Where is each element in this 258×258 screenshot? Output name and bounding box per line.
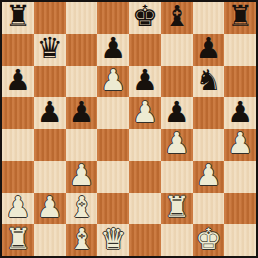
square-b1[interactable] (34, 224, 66, 256)
square-c8[interactable] (66, 2, 98, 34)
square-g1[interactable]: ♚ (193, 224, 225, 256)
square-d8[interactable] (97, 2, 129, 34)
square-g5[interactable] (193, 97, 225, 129)
square-g8[interactable] (193, 2, 225, 34)
square-a1[interactable]: ♜ (2, 224, 34, 256)
piece-white-pawn[interactable]: ♟ (68, 161, 94, 190)
square-g6[interactable]: ♞ (193, 66, 225, 98)
square-h6[interactable] (224, 66, 256, 98)
square-a8[interactable]: ♜ (2, 2, 34, 34)
piece-white-pawn[interactable]: ♟ (227, 129, 253, 158)
square-h3[interactable] (224, 161, 256, 193)
piece-black-queen[interactable]: ♛ (37, 34, 63, 63)
piece-white-bishop[interactable]: ♝ (68, 193, 94, 222)
square-c7[interactable] (66, 34, 98, 66)
square-h7[interactable] (224, 34, 256, 66)
piece-white-pawn[interactable]: ♟ (100, 66, 126, 95)
square-b3[interactable] (34, 161, 66, 193)
piece-white-rook[interactable]: ♜ (5, 225, 31, 254)
square-c3[interactable]: ♟ (66, 161, 98, 193)
piece-white-rook[interactable]: ♜ (164, 193, 190, 222)
piece-black-bishop[interactable]: ♝ (164, 2, 190, 31)
piece-white-pawn[interactable]: ♟ (164, 129, 190, 158)
square-e5[interactable]: ♟ (129, 97, 161, 129)
square-b6[interactable] (34, 66, 66, 98)
square-e7[interactable] (129, 34, 161, 66)
square-d7[interactable]: ♟ (97, 34, 129, 66)
square-c1[interactable]: ♝ (66, 224, 98, 256)
square-f3[interactable] (161, 161, 193, 193)
square-h8[interactable]: ♜ (224, 2, 256, 34)
piece-white-pawn[interactable]: ♟ (195, 161, 221, 190)
piece-black-pawn[interactable]: ♟ (100, 34, 126, 63)
square-c6[interactable] (66, 66, 98, 98)
piece-black-pawn[interactable]: ♟ (164, 98, 190, 127)
chess-board-frame: ♜♚♝♜♛♟♟♟♟♟♞♟♟♟♟♟♟♟♟♟♟♟♝♜♜♝♛♚ (0, 0, 258, 258)
piece-black-pawn[interactable]: ♟ (68, 98, 94, 127)
square-h2[interactable] (224, 193, 256, 225)
piece-white-pawn[interactable]: ♟ (37, 193, 63, 222)
square-d4[interactable] (97, 129, 129, 161)
square-g2[interactable] (193, 193, 225, 225)
piece-white-pawn[interactable]: ♟ (132, 98, 158, 127)
square-f4[interactable]: ♟ (161, 129, 193, 161)
piece-black-pawn[interactable]: ♟ (37, 98, 63, 127)
square-b5[interactable]: ♟ (34, 97, 66, 129)
square-f6[interactable] (161, 66, 193, 98)
square-c5[interactable]: ♟ (66, 97, 98, 129)
square-c2[interactable]: ♝ (66, 193, 98, 225)
square-h4[interactable]: ♟ (224, 129, 256, 161)
square-g4[interactable] (193, 129, 225, 161)
square-h1[interactable] (224, 224, 256, 256)
piece-black-pawn[interactable]: ♟ (227, 98, 253, 127)
square-d1[interactable]: ♛ (97, 224, 129, 256)
piece-black-king[interactable]: ♚ (132, 2, 158, 31)
square-f1[interactable] (161, 224, 193, 256)
square-a2[interactable]: ♟ (2, 193, 34, 225)
square-f7[interactable] (161, 34, 193, 66)
square-d2[interactable] (97, 193, 129, 225)
square-d6[interactable]: ♟ (97, 66, 129, 98)
square-e2[interactable] (129, 193, 161, 225)
square-a4[interactable] (2, 129, 34, 161)
piece-black-rook[interactable]: ♜ (5, 2, 31, 31)
piece-white-bishop[interactable]: ♝ (68, 225, 94, 254)
square-c4[interactable] (66, 129, 98, 161)
piece-black-rook[interactable]: ♜ (227, 2, 253, 31)
square-d3[interactable] (97, 161, 129, 193)
piece-white-pawn[interactable]: ♟ (5, 193, 31, 222)
piece-black-pawn[interactable]: ♟ (132, 66, 158, 95)
square-g3[interactable]: ♟ (193, 161, 225, 193)
piece-black-pawn[interactable]: ♟ (5, 66, 31, 95)
square-b2[interactable]: ♟ (34, 193, 66, 225)
square-a6[interactable]: ♟ (2, 66, 34, 98)
chess-board: ♜♚♝♜♛♟♟♟♟♟♞♟♟♟♟♟♟♟♟♟♟♟♝♜♜♝♛♚ (2, 2, 256, 256)
piece-white-queen[interactable]: ♛ (100, 225, 126, 254)
square-a7[interactable] (2, 34, 34, 66)
square-f2[interactable]: ♜ (161, 193, 193, 225)
square-d5[interactable] (97, 97, 129, 129)
square-g7[interactable]: ♟ (193, 34, 225, 66)
square-e1[interactable] (129, 224, 161, 256)
square-f8[interactable]: ♝ (161, 2, 193, 34)
piece-black-pawn[interactable]: ♟ (195, 34, 221, 63)
square-a3[interactable] (2, 161, 34, 193)
square-e8[interactable]: ♚ (129, 2, 161, 34)
piece-white-king[interactable]: ♚ (195, 225, 221, 254)
square-e3[interactable] (129, 161, 161, 193)
square-b4[interactable] (34, 129, 66, 161)
square-a5[interactable] (2, 97, 34, 129)
piece-black-knight[interactable]: ♞ (195, 66, 221, 95)
square-e6[interactable]: ♟ (129, 66, 161, 98)
square-b8[interactable] (34, 2, 66, 34)
square-b7[interactable]: ♛ (34, 34, 66, 66)
square-f5[interactable]: ♟ (161, 97, 193, 129)
square-e4[interactable] (129, 129, 161, 161)
square-h5[interactable]: ♟ (224, 97, 256, 129)
